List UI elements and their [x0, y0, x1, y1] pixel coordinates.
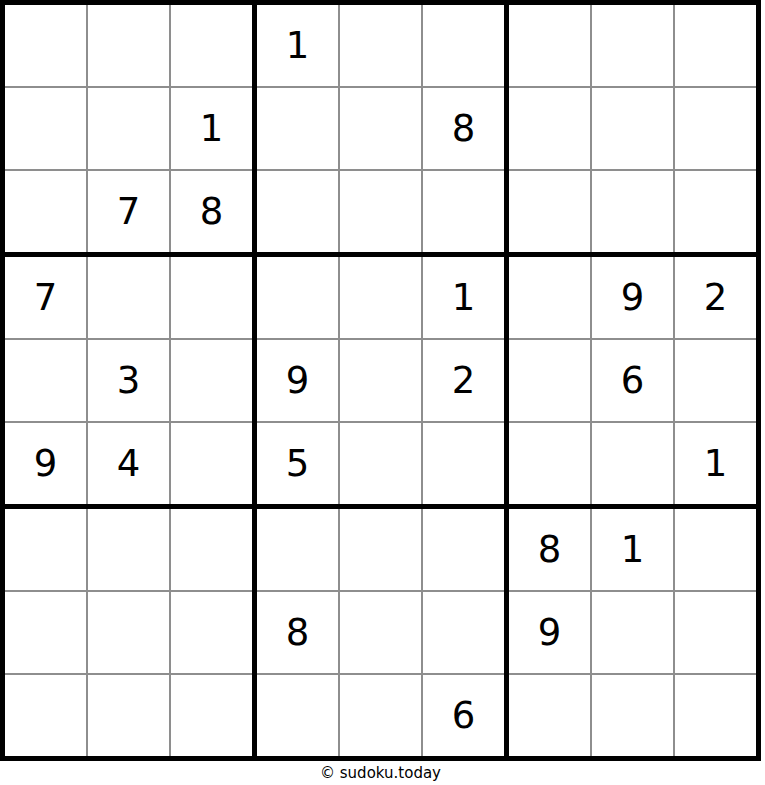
cell-r4c3[interactable] [171, 257, 252, 338]
cell-r2c6[interactable]: 8 [423, 88, 504, 169]
cell-r7c5[interactable] [340, 509, 421, 590]
cell-r3c7[interactable] [509, 171, 590, 252]
cell-r1c9[interactable] [675, 5, 756, 86]
cell-r2c8[interactable] [592, 88, 673, 169]
page: 1781873941925926186819 © sudoku.today [0, 0, 765, 785]
cell-r8c6[interactable] [423, 592, 504, 673]
cell-r5c9[interactable] [675, 340, 756, 421]
cell-r2c4[interactable] [257, 88, 338, 169]
cell-r2c5[interactable] [340, 88, 421, 169]
cell-r9c7[interactable] [509, 675, 590, 756]
cell-r4c8[interactable]: 9 [592, 257, 673, 338]
box-2-2: 1925 [257, 257, 504, 504]
cell-r6c2[interactable]: 4 [88, 423, 169, 504]
cell-r3c3[interactable]: 8 [171, 171, 252, 252]
cell-r8c2[interactable] [88, 592, 169, 673]
cell-r4c1[interactable]: 7 [5, 257, 86, 338]
box-3-2: 86 [257, 509, 504, 756]
cell-r4c6[interactable]: 1 [423, 257, 504, 338]
cell-r7c9[interactable] [675, 509, 756, 590]
cell-r9c6[interactable]: 6 [423, 675, 504, 756]
cell-r5c7[interactable] [509, 340, 590, 421]
cell-r6c4[interactable]: 5 [257, 423, 338, 504]
cell-r2c1[interactable] [5, 88, 86, 169]
cell-r2c9[interactable] [675, 88, 756, 169]
cell-r3c9[interactable] [675, 171, 756, 252]
cell-r1c7[interactable] [509, 5, 590, 86]
cell-r5c3[interactable] [171, 340, 252, 421]
cell-r7c8[interactable]: 1 [592, 509, 673, 590]
cell-r5c6[interactable]: 2 [423, 340, 504, 421]
cell-r1c2[interactable] [88, 5, 169, 86]
cell-r4c2[interactable] [88, 257, 169, 338]
box-3-1 [5, 509, 252, 756]
box-2-3: 9261 [509, 257, 756, 504]
cell-r8c8[interactable] [592, 592, 673, 673]
cell-r7c3[interactable] [171, 509, 252, 590]
cell-r2c7[interactable] [509, 88, 590, 169]
cell-r7c7[interactable]: 8 [509, 509, 590, 590]
cell-r4c5[interactable] [340, 257, 421, 338]
cell-r9c2[interactable] [88, 675, 169, 756]
cell-r8c5[interactable] [340, 592, 421, 673]
box-2-1: 7394 [5, 257, 252, 504]
cell-r3c5[interactable] [340, 171, 421, 252]
cell-r3c2[interactable]: 7 [88, 171, 169, 252]
box-3-3: 819 [509, 509, 756, 756]
sudoku-board: 1781873941925926186819 [0, 0, 761, 761]
cell-r9c8[interactable] [592, 675, 673, 756]
box-1-3 [509, 5, 756, 252]
cell-r1c4[interactable]: 1 [257, 5, 338, 86]
cell-r5c4[interactable]: 9 [257, 340, 338, 421]
cell-r7c1[interactable] [5, 509, 86, 590]
cell-r9c1[interactable] [5, 675, 86, 756]
copyright-text: © sudoku.today [320, 764, 441, 782]
cell-r8c9[interactable] [675, 592, 756, 673]
cell-r6c1[interactable]: 9 [5, 423, 86, 504]
cell-r5c2[interactable]: 3 [88, 340, 169, 421]
cell-r1c5[interactable] [340, 5, 421, 86]
cell-r7c2[interactable] [88, 509, 169, 590]
cell-r4c4[interactable] [257, 257, 338, 338]
cell-r9c3[interactable] [171, 675, 252, 756]
cell-r6c8[interactable] [592, 423, 673, 504]
cell-r3c4[interactable] [257, 171, 338, 252]
cell-r9c5[interactable] [340, 675, 421, 756]
cell-r6c6[interactable] [423, 423, 504, 504]
cell-r9c4[interactable] [257, 675, 338, 756]
copyright-credit: © sudoku.today [0, 764, 761, 782]
cell-r1c8[interactable] [592, 5, 673, 86]
cell-r5c5[interactable] [340, 340, 421, 421]
cell-r3c6[interactable] [423, 171, 504, 252]
cell-r6c9[interactable]: 1 [675, 423, 756, 504]
cell-r8c7[interactable]: 9 [509, 592, 590, 673]
cell-r7c4[interactable] [257, 509, 338, 590]
box-1-1: 178 [5, 5, 252, 252]
cell-r2c3[interactable]: 1 [171, 88, 252, 169]
cell-r8c3[interactable] [171, 592, 252, 673]
cell-r3c1[interactable] [5, 171, 86, 252]
cell-r6c3[interactable] [171, 423, 252, 504]
cell-r9c9[interactable] [675, 675, 756, 756]
cell-r5c8[interactable]: 6 [592, 340, 673, 421]
cell-r8c4[interactable]: 8 [257, 592, 338, 673]
cell-r6c7[interactable] [509, 423, 590, 504]
cell-r4c9[interactable]: 2 [675, 257, 756, 338]
box-1-2: 18 [257, 5, 504, 252]
cell-r7c6[interactable] [423, 509, 504, 590]
cell-r5c1[interactable] [5, 340, 86, 421]
cell-r1c6[interactable] [423, 5, 504, 86]
cell-r3c8[interactable] [592, 171, 673, 252]
cell-r1c1[interactable] [5, 5, 86, 86]
cell-r1c3[interactable] [171, 5, 252, 86]
cell-r2c2[interactable] [88, 88, 169, 169]
cell-r6c5[interactable] [340, 423, 421, 504]
cell-r4c7[interactable] [509, 257, 590, 338]
cell-r8c1[interactable] [5, 592, 86, 673]
